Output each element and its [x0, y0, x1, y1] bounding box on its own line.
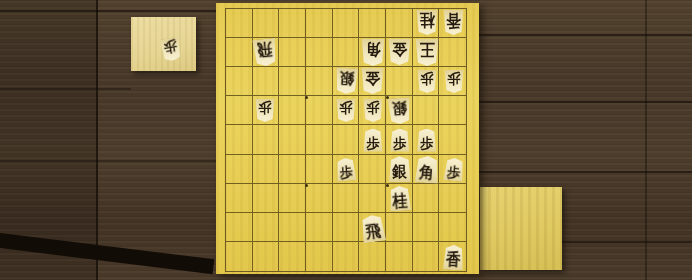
piece-kanji: 金 — [365, 70, 380, 86]
board-cell-7c[interactable] — [279, 67, 306, 96]
board-cell-8i[interactable] — [253, 242, 280, 271]
table-background: 歩 桂香飛角金王銀金歩歩歩歩歩銀歩歩歩歩銀角歩桂飛香 — [0, 0, 692, 280]
plank-seam — [470, 101, 692, 103]
board-cell-4a[interactable] — [359, 9, 386, 38]
board-cell-5a[interactable] — [333, 9, 360, 38]
piece-kanji: 歩 — [366, 101, 379, 115]
board-cell-1h[interactable] — [439, 213, 466, 242]
shogi-piece-gote-gold[interactable]: 金 — [388, 39, 411, 65]
piece-kanji: 歩 — [393, 136, 406, 150]
hoshi-dot — [386, 184, 389, 187]
board-cell-1g[interactable] — [439, 184, 466, 213]
plank-seam — [0, 88, 131, 90]
board-cell-3a[interactable] — [386, 9, 413, 38]
board-cell-4g[interactable] — [359, 184, 386, 213]
piece-kanji: 香 — [446, 12, 461, 28]
piece-kanji: 銀 — [392, 165, 407, 181]
board-cell-3h[interactable] — [386, 213, 413, 242]
piece-kanji: 歩 — [339, 165, 353, 180]
shogi-piece-gote-knight[interactable]: 桂 — [416, 10, 438, 35]
board-cell-1e[interactable] — [439, 125, 466, 154]
piece-kanji: 桂 — [419, 12, 434, 28]
gote-komadai[interactable]: 歩 — [131, 17, 196, 71]
board-cell-8g[interactable] — [253, 184, 280, 213]
board-cell-7a[interactable] — [279, 9, 306, 38]
plank-seam — [96, 0, 98, 280]
piece-kanji: 歩 — [446, 165, 460, 180]
board-cell-7f[interactable] — [279, 155, 306, 184]
piece-kanji: 王 — [419, 40, 434, 56]
shogi-piece-sente-silver[interactable]: 銀 — [388, 156, 411, 182]
board-cell-8h[interactable] — [253, 213, 280, 242]
shogi-piece-gote-pawn[interactable]: 歩 — [363, 99, 383, 122]
board-cell-7g[interactable] — [279, 184, 306, 213]
plank-seam — [0, 10, 216, 12]
board-cell-2d[interactable] — [413, 96, 440, 125]
board-cell-6i[interactable] — [306, 242, 333, 271]
shogi-piece-gote-gold[interactable]: 金 — [361, 68, 384, 94]
board-cell-5h[interactable] — [333, 213, 360, 242]
shogi-piece-gote-pawn[interactable]: 歩 — [417, 70, 437, 93]
board-cell-6d[interactable] — [306, 96, 333, 125]
piece-kanji: 歩 — [366, 136, 379, 150]
board-cell-8e[interactable] — [253, 125, 280, 154]
piece-kanji: 角 — [365, 40, 380, 56]
piece-kanji: 歩 — [163, 39, 178, 55]
board-cell-6e[interactable] — [306, 125, 333, 154]
board-cell-7b[interactable] — [279, 38, 306, 67]
piece-kanji: 飛 — [365, 223, 382, 241]
board-cell-5b[interactable] — [333, 38, 360, 67]
shogi-piece-gote-pawn[interactable]: 歩 — [336, 99, 356, 122]
shogi-board: 桂香飛角金王銀金歩歩歩歩歩銀歩歩歩歩銀角歩桂飛香 — [216, 3, 479, 274]
plank-seam — [562, 241, 692, 243]
sente-komadai[interactable] — [480, 187, 562, 270]
piece-kanji: 歩 — [420, 71, 433, 85]
board-cell-6a[interactable] — [306, 9, 333, 38]
board-cell-7h[interactable] — [279, 213, 306, 242]
piece-kanji: 銀 — [392, 99, 408, 116]
board-cell-6h[interactable] — [306, 213, 333, 242]
piece-kanji: 角 — [418, 165, 434, 182]
board-cell-8c[interactable] — [253, 67, 280, 96]
board-cell-1b[interactable] — [439, 38, 466, 67]
board-cell-6c[interactable] — [306, 67, 333, 96]
board-cell-2h[interactable] — [413, 213, 440, 242]
board-cell-6b[interactable] — [306, 38, 333, 67]
board-cell-9e[interactable] — [226, 125, 253, 154]
shogi-piece-gote-pawn[interactable]: 歩 — [159, 36, 183, 62]
board-cell-9d[interactable] — [226, 96, 253, 125]
shogi-piece-gote-king[interactable]: 王 — [415, 39, 439, 66]
board-cell-9g[interactable] — [226, 184, 253, 213]
piece-kanji: 香 — [446, 252, 462, 269]
piece-kanji: 歩 — [420, 136, 433, 150]
board-cell-3c[interactable] — [386, 67, 413, 96]
board-cell-8f[interactable] — [253, 155, 280, 184]
shogi-piece-gote-pawn[interactable]: 歩 — [444, 70, 464, 93]
hoshi-dot — [305, 96, 308, 99]
board-cell-5g[interactable] — [333, 184, 360, 213]
piece-kanji: 銀 — [338, 69, 354, 86]
piece-kanji: 飛 — [257, 39, 274, 57]
board-cell-9c[interactable] — [226, 67, 253, 96]
shogi-piece-gote-lance[interactable]: 香 — [443, 10, 464, 35]
board-cell-2g[interactable] — [413, 184, 440, 213]
board-cell-6g[interactable] — [306, 184, 333, 213]
shogi-piece-sente-pawn[interactable]: 歩 — [417, 129, 437, 152]
piece-kanji: 桂 — [392, 193, 408, 210]
board-cell-5i[interactable] — [333, 242, 360, 271]
hoshi-dot — [386, 96, 389, 99]
plank-seam — [0, 160, 216, 162]
board-cell-1d[interactable] — [439, 96, 466, 125]
shogi-piece-gote-pawn[interactable]: 歩 — [255, 99, 275, 122]
board-cell-7e[interactable] — [279, 125, 306, 154]
piece-kanji: 歩 — [340, 101, 353, 115]
plank-seam — [470, 171, 692, 173]
piece-kanji: 歩 — [447, 71, 460, 85]
board-cell-2i[interactable] — [413, 242, 440, 271]
board-cell-4f[interactable] — [359, 155, 386, 184]
board-cell-9a[interactable] — [226, 9, 253, 38]
board-cell-4i[interactable] — [359, 242, 386, 271]
piece-kanji: 金 — [392, 40, 407, 56]
board-cell-5e[interactable] — [333, 125, 360, 154]
board-cell-9b[interactable] — [226, 38, 253, 67]
hoshi-dot — [305, 184, 308, 187]
shogi-piece-sente-pawn[interactable]: 歩 — [390, 129, 410, 152]
board-cell-9i[interactable] — [226, 242, 253, 271]
board-cell-9h[interactable] — [226, 213, 253, 242]
board-cell-8a[interactable] — [253, 9, 280, 38]
board-cell-6f[interactable] — [306, 155, 333, 184]
plank-seam — [470, 34, 692, 36]
plank-seam — [645, 0, 647, 280]
piece-kanji: 歩 — [259, 101, 272, 115]
shogi-piece-sente-pawn[interactable]: 歩 — [363, 129, 383, 152]
board-cell-9f[interactable] — [226, 155, 253, 184]
board-cell-7i[interactable] — [279, 242, 306, 271]
board-cell-3i[interactable] — [386, 242, 413, 271]
shogi-piece-gote-bishop[interactable]: 角 — [361, 39, 385, 66]
board-cell-7d[interactable] — [279, 96, 306, 125]
